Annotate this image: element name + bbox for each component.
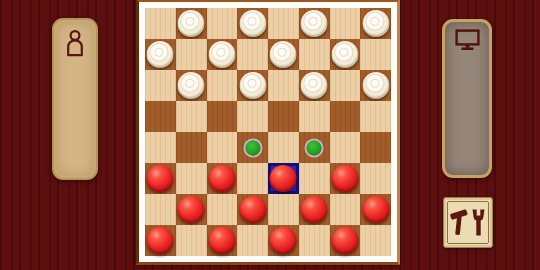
square-r6c1[interactable] [176,194,207,225]
square-r0c3[interactable] [237,8,268,39]
square-r2c7[interactable] [360,70,391,101]
red-piece[interactable] [208,226,235,253]
square-r2c2 [207,70,238,101]
square-r5c5 [299,163,330,194]
white-piece [178,71,205,98]
red-piece[interactable] [301,195,328,222]
square-r1c1 [176,39,207,70]
square-r7c3 [237,225,268,256]
square-r5c3 [237,163,268,194]
move-hint-dot[interactable] [307,140,322,155]
square-r0c5[interactable] [299,8,330,39]
square-r2c6 [330,70,361,101]
square-r1c6[interactable] [330,39,361,70]
red-piece[interactable] [147,226,174,253]
square-r3c1 [176,101,207,132]
white-piece [301,71,328,98]
square-r7c2[interactable] [207,225,238,256]
red-piece[interactable] [147,164,174,191]
square-r3c2[interactable] [207,101,238,132]
square-r0c7[interactable] [360,8,391,39]
square-r4c1[interactable] [176,132,207,163]
red-piece[interactable] [208,164,235,191]
white-piece [362,71,389,98]
square-r1c4[interactable] [268,39,299,70]
square-r0c4 [268,8,299,39]
red-piece[interactable] [270,164,297,191]
computer-player-panel [442,19,492,178]
square-r1c7 [360,39,391,70]
red-piece[interactable] [270,226,297,253]
white-piece [208,40,235,67]
square-r7c4[interactable] [268,225,299,256]
square-r7c5 [299,225,330,256]
square-r4c4 [268,132,299,163]
square-r0c1[interactable] [176,8,207,39]
square-r1c3 [237,39,268,70]
square-r0c0 [145,8,176,39]
white-piece [239,71,266,98]
white-piece [301,9,328,36]
square-r5c7 [360,163,391,194]
square-r5c2[interactable] [207,163,238,194]
red-piece[interactable] [331,164,358,191]
square-r6c3[interactable] [237,194,268,225]
square-r3c4[interactable] [268,101,299,132]
square-r4c5[interactable] [299,132,330,163]
selected-square[interactable] [268,163,299,194]
square-r1c5 [299,39,330,70]
square-r4c3[interactable] [237,132,268,163]
red-piece[interactable] [178,195,205,222]
square-r7c7 [360,225,391,256]
square-r3c0[interactable] [145,101,176,132]
square-r3c3 [237,101,268,132]
human-player-panel [52,18,98,180]
square-r2c1[interactable] [176,70,207,101]
square-r6c4 [268,194,299,225]
square-r3c5 [299,101,330,132]
square-r2c0 [145,70,176,101]
square-r7c6[interactable] [330,225,361,256]
white-piece [331,40,358,67]
checkers-board [136,0,400,265]
square-r7c0[interactable] [145,225,176,256]
person-icon [64,29,86,57]
square-r0c2 [207,8,238,39]
square-r7c1 [176,225,207,256]
square-r3c6[interactable] [330,101,361,132]
red-piece[interactable] [239,195,266,222]
monitor-icon [455,29,480,51]
white-piece [362,9,389,36]
white-piece [270,40,297,67]
square-r1c0[interactable] [145,39,176,70]
square-r6c0 [145,194,176,225]
board-grid [145,8,391,256]
square-r2c5[interactable] [299,70,330,101]
white-piece [178,9,205,36]
square-r6c2 [207,194,238,225]
settings-button[interactable] [443,197,493,248]
white-piece [147,40,174,67]
square-r4c2 [207,132,238,163]
square-r4c6 [330,132,361,163]
square-r4c7[interactable] [360,132,391,163]
white-piece [239,9,266,36]
square-r2c4 [268,70,299,101]
square-r4c0 [145,132,176,163]
square-r6c5[interactable] [299,194,330,225]
checkers-game-root [0,0,540,270]
square-r6c6 [330,194,361,225]
move-hint-dot[interactable] [245,140,260,155]
square-r3c7 [360,101,391,132]
square-r5c0[interactable] [145,163,176,194]
square-r2c3[interactable] [237,70,268,101]
hammer-wrench-icon [450,208,486,238]
square-r1c2[interactable] [207,39,238,70]
square-r6c7[interactable] [360,194,391,225]
red-piece[interactable] [362,195,389,222]
square-r5c6[interactable] [330,163,361,194]
red-piece[interactable] [331,226,358,253]
square-r0c6 [330,8,361,39]
square-r5c1 [176,163,207,194]
